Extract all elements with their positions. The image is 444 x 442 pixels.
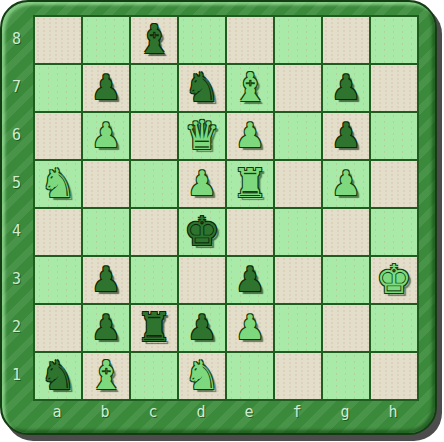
square-f6[interactable] [274, 112, 322, 160]
square-g7[interactable]: ♟ [322, 64, 370, 112]
rank-labels: 87654321 [0, 15, 33, 399]
black-bishop[interactable]: ♝ [136, 16, 172, 62]
square-e2[interactable]: ♟ [226, 304, 274, 352]
black-pawn[interactable]: ♟ [331, 112, 361, 158]
black-knight[interactable]: ♞ [40, 352, 76, 398]
square-c8[interactable]: ♝ [130, 16, 178, 64]
black-rook[interactable]: ♜ [136, 304, 172, 350]
file-labels: abcdefgh [33, 399, 419, 425]
square-b2[interactable]: ♟ [82, 304, 130, 352]
square-d1[interactable]: ♞ [178, 352, 226, 400]
square-a8[interactable] [34, 16, 82, 64]
black-pawn[interactable]: ♟ [91, 256, 121, 302]
black-pawn[interactable]: ♟ [331, 64, 361, 110]
square-f1[interactable] [274, 352, 322, 400]
square-a6[interactable] [34, 112, 82, 160]
square-a5[interactable]: ♞ [34, 160, 82, 208]
square-g6[interactable]: ♟ [322, 112, 370, 160]
square-c3[interactable] [130, 256, 178, 304]
square-d5[interactable]: ♟ [178, 160, 226, 208]
square-c6[interactable] [130, 112, 178, 160]
white-pawn[interactable]: ♟ [187, 160, 217, 206]
rank-label: 4 [0, 207, 33, 255]
square-f4[interactable] [274, 208, 322, 256]
file-label: h [369, 399, 417, 425]
black-pawn[interactable]: ♟ [235, 256, 265, 302]
file-label: b [81, 399, 129, 425]
square-g5[interactable]: ♟ [322, 160, 370, 208]
rank-label: 5 [0, 159, 33, 207]
square-b5[interactable] [82, 160, 130, 208]
square-c2[interactable]: ♜ [130, 304, 178, 352]
square-b8[interactable] [82, 16, 130, 64]
white-knight[interactable]: ♞ [184, 352, 220, 398]
square-c7[interactable] [130, 64, 178, 112]
file-label: f [273, 399, 321, 425]
square-d2[interactable]: ♟ [178, 304, 226, 352]
square-b4[interactable] [82, 208, 130, 256]
square-g3[interactable] [322, 256, 370, 304]
square-a4[interactable] [34, 208, 82, 256]
square-e5[interactable]: ♜ [226, 160, 274, 208]
file-label: e [225, 399, 273, 425]
square-c1[interactable] [130, 352, 178, 400]
square-a1[interactable]: ♞ [34, 352, 82, 400]
white-pawn[interactable]: ♟ [235, 304, 265, 350]
square-g2[interactable] [322, 304, 370, 352]
chess-board-window: 87654321 abcdefgh ♝♟♞♝♟♟♛♟♟♞♟♜♟♚♟♟♚♟♜♟♟♞… [0, 0, 444, 442]
square-d7[interactable]: ♞ [178, 64, 226, 112]
square-e6[interactable]: ♟ [226, 112, 274, 160]
square-g1[interactable] [322, 352, 370, 400]
square-b7[interactable]: ♟ [82, 64, 130, 112]
square-h3[interactable]: ♚ [370, 256, 418, 304]
square-e8[interactable] [226, 16, 274, 64]
rank-label: 2 [0, 303, 33, 351]
rank-label: 6 [0, 111, 33, 159]
square-g8[interactable] [322, 16, 370, 64]
white-rook[interactable]: ♜ [232, 160, 268, 206]
square-d4[interactable]: ♚ [178, 208, 226, 256]
file-label: d [177, 399, 225, 425]
black-king[interactable]: ♚ [184, 208, 220, 254]
white-king[interactable]: ♚ [376, 256, 412, 302]
square-f3[interactable] [274, 256, 322, 304]
square-d8[interactable] [178, 16, 226, 64]
square-b6[interactable]: ♟ [82, 112, 130, 160]
white-bishop[interactable]: ♝ [232, 64, 268, 110]
square-a2[interactable] [34, 304, 82, 352]
square-b3[interactable]: ♟ [82, 256, 130, 304]
rank-label: 3 [0, 255, 33, 303]
square-g4[interactable] [322, 208, 370, 256]
square-d3[interactable] [178, 256, 226, 304]
square-e4[interactable] [226, 208, 274, 256]
file-label: a [33, 399, 81, 425]
square-a3[interactable] [34, 256, 82, 304]
square-f8[interactable] [274, 16, 322, 64]
white-queen[interactable]: ♛ [184, 112, 220, 158]
white-pawn[interactable]: ♟ [91, 112, 121, 158]
square-d6[interactable]: ♛ [178, 112, 226, 160]
square-h2[interactable] [370, 304, 418, 352]
square-h6[interactable] [370, 112, 418, 160]
rank-label: 8 [0, 15, 33, 63]
black-pawn[interactable]: ♟ [91, 304, 121, 350]
square-h1[interactable] [370, 352, 418, 400]
white-knight[interactable]: ♞ [40, 160, 76, 206]
white-pawn[interactable]: ♟ [235, 112, 265, 158]
square-b1[interactable]: ♝ [82, 352, 130, 400]
file-label: c [129, 399, 177, 425]
square-c5[interactable] [130, 160, 178, 208]
file-label: g [321, 399, 369, 425]
white-bishop[interactable]: ♝ [88, 352, 124, 398]
square-c4[interactable] [130, 208, 178, 256]
square-h5[interactable] [370, 160, 418, 208]
square-e7[interactable]: ♝ [226, 64, 274, 112]
black-knight[interactable]: ♞ [184, 64, 220, 110]
white-pawn[interactable]: ♟ [331, 160, 361, 206]
square-h4[interactable] [370, 208, 418, 256]
square-h8[interactable] [370, 16, 418, 64]
rank-label: 1 [0, 351, 33, 399]
square-e1[interactable] [226, 352, 274, 400]
rank-label: 7 [0, 63, 33, 111]
black-pawn[interactable]: ♟ [187, 304, 217, 350]
board-grid: ♝♟♞♝♟♟♛♟♟♞♟♜♟♚♟♟♚♟♜♟♟♞♝♞ [33, 15, 419, 401]
square-h7[interactable] [370, 64, 418, 112]
square-f2[interactable] [274, 304, 322, 352]
black-pawn[interactable]: ♟ [91, 64, 121, 110]
square-a7[interactable] [34, 64, 82, 112]
square-f7[interactable] [274, 64, 322, 112]
square-e3[interactable]: ♟ [226, 256, 274, 304]
square-f5[interactable] [274, 160, 322, 208]
